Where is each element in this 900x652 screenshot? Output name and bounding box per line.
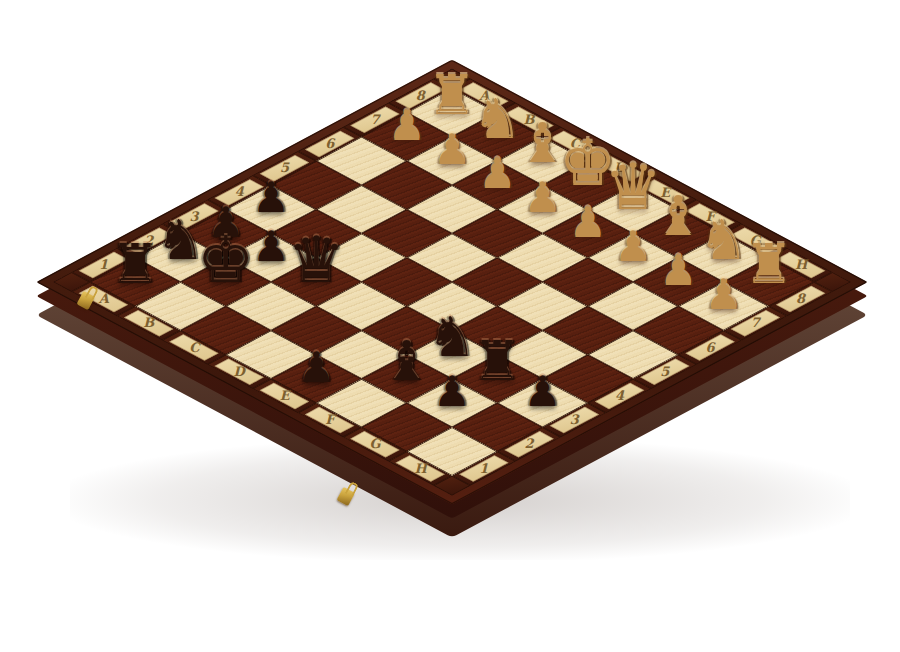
rank-label: 1 bbox=[479, 462, 488, 475]
rank-label: 7 bbox=[751, 317, 760, 330]
rank-label: 6 bbox=[706, 341, 715, 354]
dark-k-glyph: ♚ bbox=[176, 228, 276, 292]
rank-label: 5 bbox=[660, 365, 669, 378]
file-label: B bbox=[143, 317, 154, 330]
board-grid: ABCDEFGH8♜♞♝♚♛♝♞♜87♟♟♟♟♟♟♟♟766554♟43♟♟♛♞… bbox=[53, 69, 851, 496]
file-label: D bbox=[234, 365, 245, 378]
file-label: F bbox=[325, 414, 334, 427]
dark-p-glyph: ♟ bbox=[493, 371, 593, 413]
light-p-glyph: ♟ bbox=[674, 274, 774, 316]
rank-label: 4 bbox=[615, 389, 624, 402]
dark-p-glyph: ♟ bbox=[402, 371, 502, 413]
dark-p-glyph: ♟ bbox=[266, 347, 366, 389]
board-perspective-wrap: ABCDEFGH8♜♞♝♚♛♝♞♜87♟♟♟♟♟♟♟♟766554♟43♟♟♛♞… bbox=[37, 60, 868, 505]
rank-label: 8 bbox=[796, 293, 805, 306]
file-label: H bbox=[414, 462, 426, 475]
dark-r-glyph: ♜ bbox=[85, 237, 185, 292]
file-label: E bbox=[279, 389, 289, 402]
chess-board: ABCDEFGH8♜♞♝♚♛♝♞♜87♟♟♟♟♟♟♟♟766554♟43♟♟♛♞… bbox=[36, 60, 868, 505]
rank-label: 2 bbox=[525, 438, 534, 451]
product-photo-page: ABCDEFGH8♜♞♝♚♛♝♞♜87♟♟♟♟♟♟♟♟766554♟43♟♟♛♞… bbox=[0, 0, 900, 652]
dark-q-glyph: ♛ bbox=[266, 228, 366, 292]
rank-label: 3 bbox=[570, 414, 579, 427]
file-label: C bbox=[189, 341, 199, 354]
file-label: G bbox=[369, 438, 380, 451]
rank-label: 6 bbox=[325, 137, 334, 150]
